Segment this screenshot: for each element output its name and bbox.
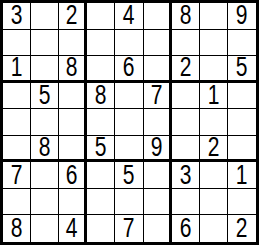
cell-r7c9[interactable]: 1 (228, 162, 256, 189)
given-digit: 1 (236, 162, 248, 188)
cell-r1c7[interactable]: 8 (172, 3, 200, 30)
cell-r5c1[interactable] (3, 109, 31, 136)
cell-r8c8[interactable] (200, 189, 228, 216)
given-digit: 9 (150, 136, 162, 161)
given-digit: 5 (95, 136, 107, 161)
cell-r2c8[interactable] (200, 30, 228, 57)
cell-r3c4[interactable] (87, 56, 115, 83)
given-digit: 2 (179, 56, 191, 81)
cell-r1c2[interactable] (31, 3, 59, 30)
sudoku-board: 3248918625587185927653184762 (0, 0, 259, 245)
cell-r6c3[interactable] (59, 136, 87, 163)
cell-r2c5[interactable] (115, 30, 143, 57)
cell-r1c5[interactable]: 4 (115, 3, 143, 30)
cell-r5c9[interactable] (228, 109, 256, 136)
cell-r6c9[interactable] (228, 136, 256, 163)
cell-r4c2[interactable]: 5 (31, 83, 59, 110)
cell-r7c7[interactable]: 3 (172, 162, 200, 189)
cell-r3c6[interactable] (144, 56, 172, 83)
given-digit: 8 (66, 56, 78, 81)
cell-r3c8[interactable] (200, 56, 228, 83)
cell-r8c3[interactable] (59, 189, 87, 216)
cell-r9c4[interactable] (87, 215, 115, 242)
cell-r5c2[interactable] (31, 109, 59, 136)
cell-r2c4[interactable] (87, 30, 115, 57)
cell-r6c8[interactable]: 2 (200, 136, 228, 163)
cell-r3c2[interactable] (31, 56, 59, 83)
given-digit: 5 (236, 56, 248, 81)
given-digit: 9 (236, 3, 248, 29)
cell-r9c6[interactable] (144, 215, 172, 242)
cell-r3c1[interactable]: 1 (3, 56, 31, 83)
cell-r3c5[interactable]: 6 (115, 56, 143, 83)
cell-r8c6[interactable] (144, 189, 172, 216)
given-digit: 2 (207, 136, 219, 161)
cell-r5c7[interactable] (172, 109, 200, 136)
cell-r7c3[interactable]: 6 (59, 162, 87, 189)
cell-r3c9[interactable]: 5 (228, 56, 256, 83)
given-digit: 8 (39, 136, 51, 161)
cell-r4c8[interactable]: 1 (200, 83, 228, 110)
cell-r2c6[interactable] (144, 30, 172, 57)
given-digit: 5 (39, 83, 51, 109)
cell-r6c6[interactable]: 9 (144, 136, 172, 163)
cell-r8c2[interactable] (31, 189, 59, 216)
cell-r4c9[interactable] (228, 83, 256, 110)
given-digit: 4 (66, 215, 78, 242)
given-digit: 2 (236, 215, 248, 242)
cell-r2c2[interactable] (31, 30, 59, 57)
cell-r9c9[interactable]: 2 (228, 215, 256, 242)
cell-r6c5[interactable] (115, 136, 143, 163)
cell-r5c3[interactable] (59, 109, 87, 136)
cell-r9c7[interactable]: 6 (172, 215, 200, 242)
cell-r6c4[interactable]: 5 (87, 136, 115, 163)
given-digit: 7 (123, 215, 135, 242)
given-digit: 7 (150, 83, 162, 109)
cell-r9c2[interactable] (31, 215, 59, 242)
given-digit: 6 (179, 215, 191, 242)
cell-r4c4[interactable]: 8 (87, 83, 115, 110)
cell-r2c9[interactable] (228, 30, 256, 57)
cell-r9c3[interactable]: 4 (59, 215, 87, 242)
cell-r1c1[interactable]: 3 (3, 3, 31, 30)
cell-r7c2[interactable] (31, 162, 59, 189)
cell-r1c4[interactable] (87, 3, 115, 30)
cell-r3c3[interactable]: 8 (59, 56, 87, 83)
cell-r8c5[interactable] (115, 189, 143, 216)
cell-r2c7[interactable] (172, 30, 200, 57)
cell-r7c1[interactable]: 7 (3, 162, 31, 189)
given-digit: 6 (123, 56, 135, 81)
cell-r8c1[interactable] (3, 189, 31, 216)
cell-r7c4[interactable] (87, 162, 115, 189)
given-digit: 5 (123, 162, 135, 188)
cell-r9c1[interactable]: 8 (3, 215, 31, 242)
cell-r6c2[interactable]: 8 (31, 136, 59, 163)
given-digit: 3 (179, 162, 191, 188)
cell-r4c6[interactable]: 7 (144, 83, 172, 110)
cell-r1c8[interactable] (200, 3, 228, 30)
cell-r1c3[interactable]: 2 (59, 3, 87, 30)
cell-r6c7[interactable] (172, 136, 200, 163)
cell-r9c8[interactable] (200, 215, 228, 242)
given-digit: 8 (179, 3, 191, 29)
given-digit: 8 (11, 215, 23, 242)
cell-r5c8[interactable] (200, 109, 228, 136)
cell-r8c9[interactable] (228, 189, 256, 216)
given-digit: 2 (66, 3, 78, 29)
cell-r4c1[interactable] (3, 83, 31, 110)
cell-r6c1[interactable] (3, 136, 31, 163)
cell-r2c3[interactable] (59, 30, 87, 57)
cell-r4c7[interactable] (172, 83, 200, 110)
cell-r1c9[interactable]: 9 (228, 3, 256, 30)
given-digit: 3 (11, 3, 23, 29)
cell-r3c7[interactable]: 2 (172, 56, 200, 83)
given-digit: 4 (123, 3, 135, 29)
cell-r7c6[interactable] (144, 162, 172, 189)
given-digit: 1 (11, 56, 23, 81)
cell-r4c5[interactable] (115, 83, 143, 110)
cell-r8c4[interactable] (87, 189, 115, 216)
cell-r8c7[interactable] (172, 189, 200, 216)
given-digit: 7 (11, 162, 23, 188)
cell-r5c4[interactable] (87, 109, 115, 136)
given-digit: 1 (207, 83, 219, 109)
cell-r4c3[interactable] (59, 83, 87, 110)
cell-r7c8[interactable] (200, 162, 228, 189)
cell-r5c6[interactable] (144, 109, 172, 136)
cell-r2c1[interactable] (3, 30, 31, 57)
given-digit: 8 (95, 83, 107, 109)
cell-r1c6[interactable] (144, 3, 172, 30)
cell-r7c5[interactable]: 5 (115, 162, 143, 189)
cell-r9c5[interactable]: 7 (115, 215, 143, 242)
cell-r5c5[interactable] (115, 109, 143, 136)
given-digit: 6 (66, 162, 78, 188)
